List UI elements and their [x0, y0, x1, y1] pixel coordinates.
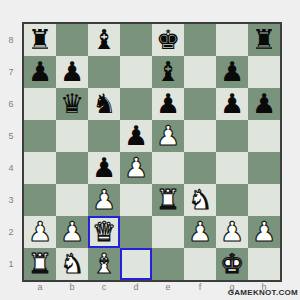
black-pawn: ♟	[220, 88, 244, 120]
square-b1[interactable]: ♞	[56, 248, 88, 280]
square-f2[interactable]: ♟	[184, 216, 216, 248]
square-f8[interactable]	[184, 24, 216, 56]
white-pawn: ♟	[188, 216, 212, 248]
square-e1[interactable]	[152, 248, 184, 280]
square-g8[interactable]	[216, 24, 248, 56]
square-f4[interactable]	[184, 152, 216, 184]
rank-label-3: 3	[0, 184, 22, 216]
square-a4[interactable]	[24, 152, 56, 184]
square-h2[interactable]: ♟	[248, 216, 280, 248]
square-g5[interactable]	[216, 120, 248, 152]
square-a6[interactable]	[24, 88, 56, 120]
square-b7[interactable]: ♟	[56, 56, 88, 88]
chess-diagram: 87654321 ♜♝♚♜♟♟♝♟♛♞♟♟♟♟♟♟♟♟♜♞♟♟♛♟♟♟♜♞♝♚ …	[0, 0, 300, 300]
square-c7[interactable]	[88, 56, 120, 88]
square-c5[interactable]	[88, 120, 120, 152]
square-c8[interactable]: ♝	[88, 24, 120, 56]
square-b2[interactable]: ♟	[56, 216, 88, 248]
square-e5[interactable]: ♟	[152, 120, 184, 152]
square-h8[interactable]: ♜	[248, 24, 280, 56]
file-label-e: e	[152, 281, 184, 293]
rank-label-8: 8	[0, 24, 22, 56]
square-d7[interactable]	[120, 56, 152, 88]
square-d1[interactable]	[120, 248, 152, 280]
square-g7[interactable]: ♟	[216, 56, 248, 88]
square-a8[interactable]: ♜	[24, 24, 56, 56]
white-queen: ♛	[92, 216, 116, 248]
square-b5[interactable]	[56, 120, 88, 152]
square-f1[interactable]	[184, 248, 216, 280]
black-king: ♚	[156, 24, 180, 56]
square-c1[interactable]: ♝	[88, 248, 120, 280]
rank-label-1: 1	[0, 248, 22, 280]
black-knight: ♞	[92, 88, 116, 120]
square-b4[interactable]	[56, 152, 88, 184]
square-f6[interactable]	[184, 88, 216, 120]
square-g2[interactable]: ♟	[216, 216, 248, 248]
file-label-d: d	[120, 281, 152, 293]
square-e6[interactable]: ♟	[152, 88, 184, 120]
square-b8[interactable]	[56, 24, 88, 56]
site-credit: GAMEKNOT.COM	[228, 288, 298, 297]
square-c4[interactable]: ♟	[88, 152, 120, 184]
square-g1[interactable]: ♚	[216, 248, 248, 280]
square-a7[interactable]: ♟	[24, 56, 56, 88]
square-f3[interactable]: ♞	[184, 184, 216, 216]
square-d2[interactable]	[120, 216, 152, 248]
black-bishop: ♝	[92, 24, 116, 56]
rank-label-4: 4	[0, 152, 22, 184]
square-a2[interactable]: ♟	[24, 216, 56, 248]
square-c2[interactable]: ♛	[88, 216, 120, 248]
square-h6[interactable]: ♟	[248, 88, 280, 120]
square-d6[interactable]	[120, 88, 152, 120]
square-b3[interactable]	[56, 184, 88, 216]
square-e2[interactable]	[152, 216, 184, 248]
square-e7[interactable]: ♝	[152, 56, 184, 88]
white-pawn: ♟	[252, 216, 276, 248]
black-queen: ♛	[60, 88, 84, 120]
black-rook: ♜	[28, 24, 52, 56]
rank-label-7: 7	[0, 56, 22, 88]
black-pawn: ♟	[28, 56, 52, 88]
square-h1[interactable]	[248, 248, 280, 280]
black-pawn: ♟	[252, 88, 276, 120]
square-a5[interactable]	[24, 120, 56, 152]
white-pawn: ♟	[92, 184, 116, 216]
square-e8[interactable]: ♚	[152, 24, 184, 56]
white-knight: ♞	[60, 248, 84, 280]
square-h5[interactable]	[248, 120, 280, 152]
file-label-c: c	[88, 281, 120, 293]
square-h3[interactable]	[248, 184, 280, 216]
chess-board: ♜♝♚♜♟♟♝♟♛♞♟♟♟♟♟♟♟♟♜♞♟♟♛♟♟♟♜♞♝♚	[22, 22, 282, 282]
white-pawn: ♟	[60, 216, 84, 248]
square-d8[interactable]	[120, 24, 152, 56]
square-f7[interactable]	[184, 56, 216, 88]
square-h4[interactable]	[248, 152, 280, 184]
white-pawn: ♟	[28, 216, 52, 248]
white-rook: ♜	[28, 248, 52, 280]
white-rook: ♜	[156, 184, 180, 216]
square-a1[interactable]: ♜	[24, 248, 56, 280]
white-king: ♚	[220, 248, 244, 280]
file-label-b: b	[56, 281, 88, 293]
black-rook: ♜	[252, 24, 276, 56]
white-bishop: ♝	[92, 248, 116, 280]
square-e4[interactable]	[152, 152, 184, 184]
white-pawn: ♟	[156, 120, 180, 152]
black-pawn: ♟	[60, 56, 84, 88]
square-f5[interactable]	[184, 120, 216, 152]
square-d4[interactable]: ♟	[120, 152, 152, 184]
file-label-a: a	[24, 281, 56, 293]
white-pawn: ♟	[220, 216, 244, 248]
square-g4[interactable]	[216, 152, 248, 184]
white-knight: ♞	[188, 184, 212, 216]
square-c6[interactable]: ♞	[88, 88, 120, 120]
black-pawn: ♟	[156, 88, 180, 120]
square-b6[interactable]: ♛	[56, 88, 88, 120]
square-d5[interactable]: ♟	[120, 120, 152, 152]
square-a3[interactable]	[24, 184, 56, 216]
square-g3[interactable]	[216, 184, 248, 216]
black-bishop: ♝	[156, 56, 180, 88]
black-pawn: ♟	[92, 152, 116, 184]
file-label-f: f	[184, 281, 216, 293]
black-pawn: ♟	[124, 120, 148, 152]
white-pawn: ♟	[124, 152, 148, 184]
square-e3[interactable]: ♜	[152, 184, 184, 216]
square-d3[interactable]	[120, 184, 152, 216]
rank-label-6: 6	[0, 88, 22, 120]
rank-label-2: 2	[0, 216, 22, 248]
rank-label-5: 5	[0, 120, 22, 152]
black-pawn: ♟	[220, 56, 244, 88]
square-h7[interactable]	[248, 56, 280, 88]
rank-labels: 87654321	[0, 24, 22, 280]
square-c3[interactable]: ♟	[88, 184, 120, 216]
square-g6[interactable]: ♟	[216, 88, 248, 120]
